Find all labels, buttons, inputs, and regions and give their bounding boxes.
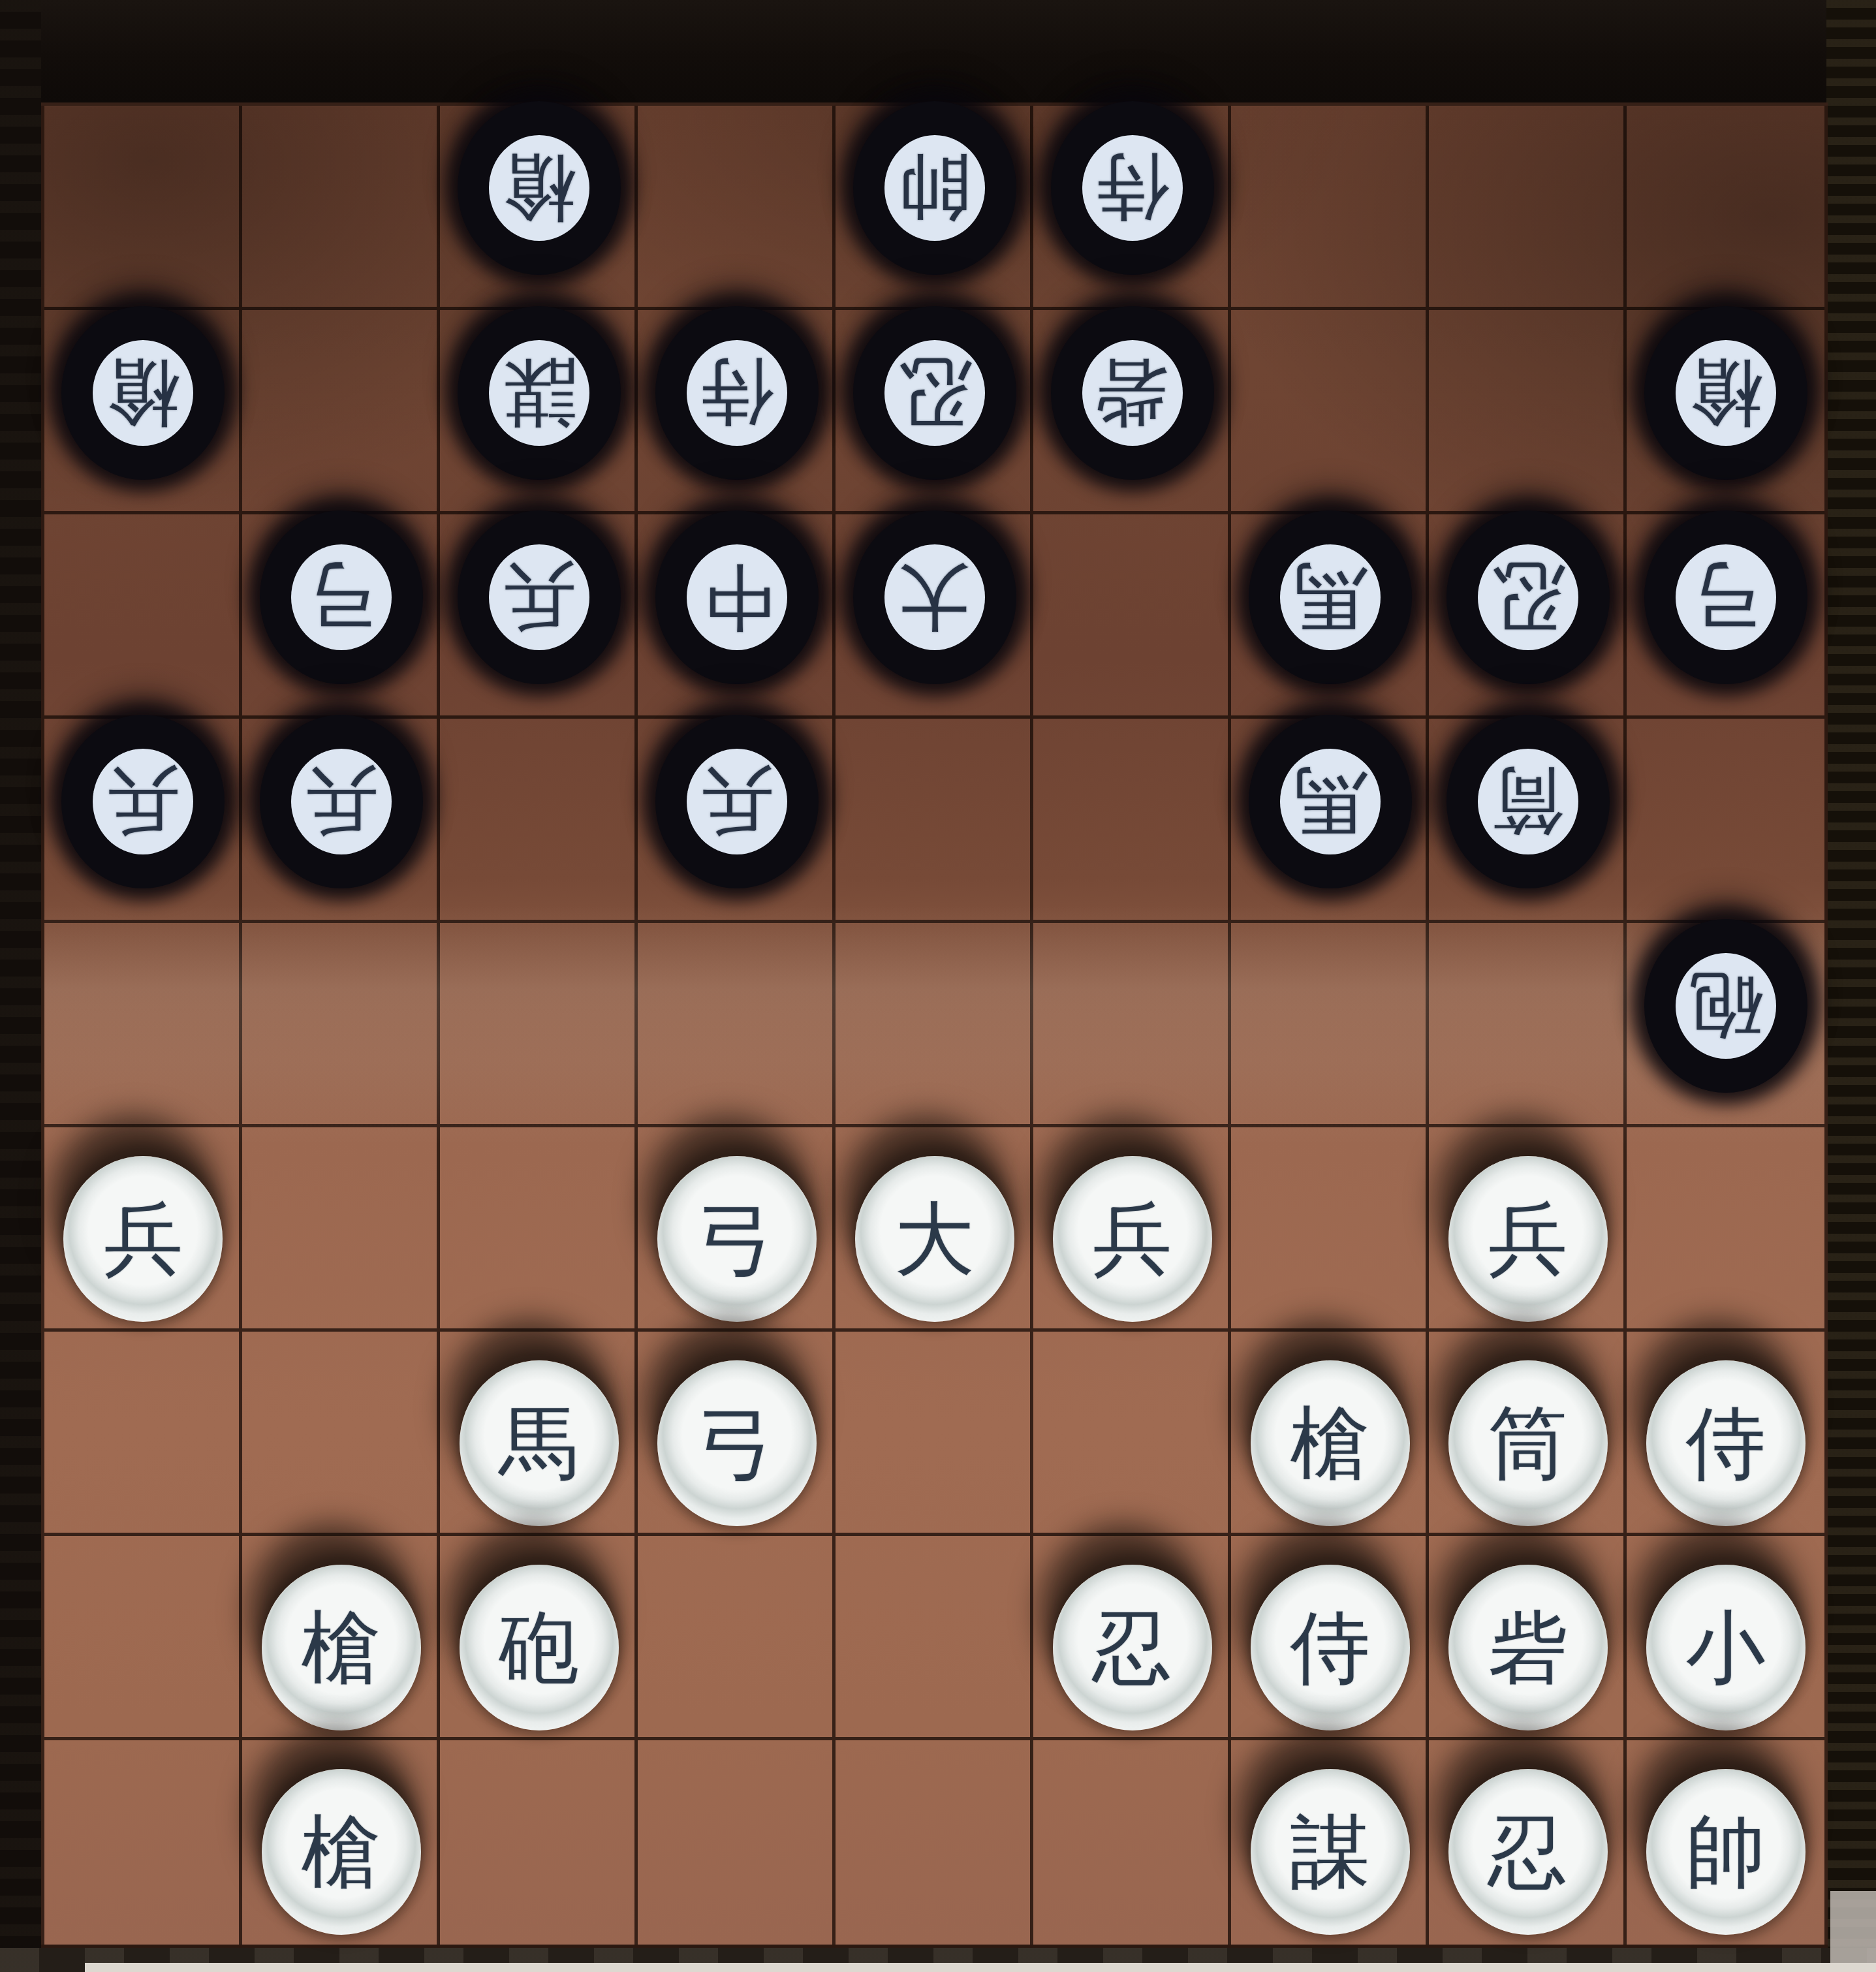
piece-glyph: 侍	[1686, 1403, 1766, 1483]
black-piece-archer[interactable]: 弓	[1644, 510, 1807, 684]
black-piece-cavalry[interactable]: 馬	[1249, 510, 1412, 684]
piece-label: 忍	[1478, 544, 1578, 650]
white-piece-cannon[interactable]: 砲	[460, 1565, 619, 1730]
piece-glyph: 兵	[106, 765, 180, 838]
piece-label: 弓	[697, 1199, 777, 1279]
piece-glyph: 槍	[1290, 1403, 1370, 1483]
piece-label: 兵	[1093, 1199, 1172, 1279]
black-piece-ninja[interactable]: 忍	[853, 306, 1016, 480]
piece-glyph: 弓	[697, 1403, 777, 1483]
black-piece-samurai[interactable]: 侍	[655, 306, 819, 480]
black-piece-marshal[interactable]: 帥	[853, 101, 1016, 275]
white-piece-samurai[interactable]: 侍	[1646, 1360, 1806, 1526]
piece-label: 忍	[884, 340, 985, 446]
photo-edge-strip	[85, 1963, 1876, 1972]
white-piece-soldier[interactable]: 兵	[1053, 1156, 1212, 1322]
piece-glyph: 中	[700, 561, 774, 634]
white-piece-musketeer[interactable]: 筒	[1448, 1360, 1608, 1526]
piece-label: 兵	[291, 749, 392, 854]
piece-label: 馬	[1280, 544, 1381, 650]
white-piece-soldier[interactable]: 兵	[1448, 1156, 1608, 1322]
piece-glyph: 小	[1686, 1608, 1766, 1687]
black-piece-lieutenant-general[interactable]: 中	[655, 510, 819, 684]
black-piece-soldier[interactable]: 兵	[655, 715, 819, 888]
piece-label: 槍	[93, 340, 193, 446]
white-piece-spear[interactable]: 槍	[262, 1769, 421, 1935]
piece-label: 砦	[1082, 340, 1183, 446]
piece-label: 帥	[884, 135, 985, 241]
piece-glyph: 弓	[697, 1199, 777, 1279]
black-piece-spear[interactable]: 槍	[1644, 306, 1807, 480]
piece-glyph: 砦	[1096, 356, 1169, 430]
piece-label: 忍	[1488, 1812, 1568, 1892]
piece-glyph: 兵	[503, 561, 576, 634]
piece-label: 馬	[499, 1403, 579, 1483]
piece-glyph: 謀	[503, 356, 576, 430]
piece-label: 侍	[1686, 1403, 1766, 1483]
white-piece-cavalry[interactable]: 馬	[460, 1360, 619, 1526]
piece-glyph: 帥	[1686, 1812, 1766, 1892]
piece-glyph: 筒	[1488, 1403, 1568, 1483]
piece-glyph: 兵	[1093, 1199, 1172, 1279]
board-photo: 槍帥侍槍謀侍忍砦槍弓兵中大馬忍弓兵兵兵馬筒砲兵弓大兵兵馬弓槍筒侍槍砲忍侍砦小槍謀…	[0, 0, 1876, 1972]
black-piece-cavalry[interactable]: 馬	[1249, 715, 1412, 888]
board-frame-left	[0, 0, 41, 1972]
white-piece-archer[interactable]: 弓	[657, 1156, 817, 1322]
piece-glyph: 侍	[700, 356, 774, 430]
piece-label: 兵	[687, 749, 787, 854]
gungi-board: 槍帥侍槍謀侍忍砦槍弓兵中大馬忍弓兵兵兵馬筒砲兵弓大兵兵馬弓槍筒侍槍砲忍侍砦小槍謀…	[41, 102, 1828, 1948]
piece-label: 兵	[489, 544, 589, 650]
black-piece-spear[interactable]: 槍	[61, 306, 225, 480]
black-piece-soldier[interactable]: 兵	[458, 510, 621, 684]
piece-glyph: 帥	[898, 151, 971, 225]
piece-glyph: 槍	[106, 356, 180, 430]
white-piece-ninja[interactable]: 忍	[1053, 1565, 1212, 1730]
piece-label: 槍	[489, 135, 589, 241]
piece-glyph: 砲	[499, 1608, 579, 1687]
white-piece-marshal[interactable]: 帥	[1646, 1769, 1806, 1935]
white-piece-general[interactable]: 大	[855, 1156, 1014, 1322]
black-piece-soldier[interactable]: 兵	[260, 715, 423, 888]
piece-label: 忍	[1093, 1608, 1172, 1687]
piece-glyph: 侍	[1290, 1608, 1370, 1687]
white-piece-spear[interactable]: 槍	[1251, 1360, 1410, 1526]
piece-label: 大	[884, 544, 985, 650]
white-piece-spear[interactable]: 槍	[262, 1565, 421, 1730]
white-piece-archer[interactable]: 弓	[657, 1360, 817, 1526]
black-piece-samurai[interactable]: 侍	[1051, 101, 1214, 275]
piece-label: 弓	[291, 544, 392, 650]
piece-glyph: 砲	[1689, 969, 1762, 1042]
piece-glyph: 槍	[503, 151, 576, 225]
piece-label: 槍	[302, 1608, 381, 1687]
white-piece-samurai[interactable]: 侍	[1251, 1565, 1410, 1730]
piece-glyph: 槍	[1689, 356, 1762, 430]
photo-corner-patch	[1830, 1891, 1876, 1963]
piece-label: 弓	[697, 1403, 777, 1483]
piece-glyph: 弓	[305, 561, 378, 634]
white-piece-ninja[interactable]: 忍	[1448, 1769, 1608, 1935]
black-piece-cannon[interactable]: 砲	[1644, 919, 1807, 1093]
piece-glyph: 弓	[1689, 561, 1762, 634]
piece-glyph: 大	[898, 561, 971, 634]
piece-label: 謀	[489, 340, 589, 446]
pieces-layer: 槍帥侍槍謀侍忍砦槍弓兵中大馬忍弓兵兵兵馬筒砲兵弓大兵兵馬弓槍筒侍槍砲忍侍砦小槍謀…	[44, 106, 1824, 1945]
board-frame-right	[1826, 0, 1876, 1972]
board-frame-top	[0, 0, 1876, 102]
piece-glyph: 忍	[1488, 1812, 1568, 1892]
piece-label: 槍	[1290, 1403, 1370, 1483]
black-piece-ninja[interactable]: 忍	[1446, 510, 1610, 684]
piece-glyph: 馬	[1294, 561, 1367, 634]
white-piece-major-general[interactable]: 小	[1646, 1565, 1806, 1730]
piece-label: 砲	[499, 1608, 579, 1687]
black-piece-archer[interactable]: 弓	[260, 510, 423, 684]
piece-glyph: 馬	[499, 1403, 579, 1483]
piece-label: 侍	[687, 340, 787, 446]
piece-glyph: 忍	[1492, 561, 1565, 634]
piece-glyph: 兵	[305, 765, 378, 838]
piece-label: 小	[1686, 1608, 1766, 1687]
piece-label: 弓	[1676, 544, 1776, 650]
black-piece-tactician[interactable]: 謀	[458, 306, 621, 480]
piece-glyph: 兵	[1488, 1199, 1568, 1279]
white-piece-tactician[interactable]: 謀	[1251, 1769, 1410, 1935]
piece-label: 侍	[1290, 1608, 1370, 1687]
piece-glyph: 槍	[302, 1608, 381, 1687]
white-piece-fortress[interactable]: 砦	[1448, 1565, 1608, 1730]
piece-label: 謀	[1290, 1812, 1370, 1892]
piece-glyph: 大	[895, 1199, 975, 1279]
piece-label: 槍	[1676, 340, 1776, 446]
piece-glyph: 筒	[1492, 765, 1565, 838]
piece-glyph: 謀	[1290, 1812, 1370, 1892]
piece-label: 大	[895, 1199, 975, 1279]
white-piece-soldier[interactable]: 兵	[63, 1156, 223, 1322]
piece-glyph: 忍	[1093, 1608, 1172, 1687]
piece-label: 馬	[1280, 749, 1381, 854]
piece-glyph: 兵	[103, 1199, 183, 1279]
piece-glyph: 馬	[1294, 765, 1367, 838]
piece-glyph: 兵	[700, 765, 774, 838]
piece-label: 砲	[1676, 953, 1776, 1059]
black-piece-fortress[interactable]: 砦	[1051, 306, 1214, 480]
piece-label: 兵	[103, 1199, 183, 1279]
piece-label: 槍	[302, 1812, 381, 1892]
piece-label: 兵	[1488, 1199, 1568, 1279]
piece-glyph: 槍	[302, 1812, 381, 1892]
piece-glyph: 砦	[1488, 1608, 1568, 1687]
piece-glyph: 忍	[898, 356, 971, 430]
piece-label: 侍	[1082, 135, 1183, 241]
black-piece-spear[interactable]: 槍	[458, 101, 621, 275]
piece-label: 中	[687, 544, 787, 650]
black-piece-soldier[interactable]: 兵	[61, 715, 225, 888]
piece-glyph: 侍	[1096, 151, 1169, 225]
black-piece-general[interactable]: 大	[853, 510, 1016, 684]
piece-label: 筒	[1478, 749, 1578, 854]
piece-label: 砦	[1488, 1608, 1568, 1687]
black-piece-musketeer[interactable]: 筒	[1446, 715, 1610, 888]
piece-label: 筒	[1488, 1403, 1568, 1483]
piece-label: 帥	[1686, 1812, 1766, 1892]
piece-label: 兵	[93, 749, 193, 854]
